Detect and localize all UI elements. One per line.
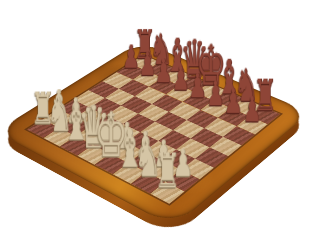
chess-board: ♜♞♝♛♚♝♞♜♟♟♟♟♟♟♟♟♟♟♟♟♟♟♟♟♜♞♝♛♚♝♞♜	[0, 41, 310, 227]
render-canvas: ♜♞♝♛♚♝♞♜♟♟♟♟♟♟♟♟♟♟♟♟♟♟♟♟♜♞♝♛♚♝♞♜	[0, 0, 320, 240]
piece-red-rook-h8: ♜	[246, 73, 284, 116]
piece-red-queen-d8: ♛	[176, 34, 212, 86]
piece-red-knight-g8: ♞	[228, 63, 266, 108]
board-frame: ♜♞♝♛♚♝♞♜♟♟♟♟♟♟♟♟♟♟♟♟♟♟♟♟♜♞♝♛♚♝♞♜	[0, 41, 310, 227]
piece-red-rook-a8: ♜	[127, 24, 162, 64]
piece-white-rook-a1: ♜	[24, 86, 63, 130]
square-a3	[59, 100, 90, 118]
square-f7: ♟	[200, 100, 231, 118]
square-a1: ♜	[27, 119, 59, 138]
square-h7: ♟	[236, 116, 268, 135]
board-grid: ♜♞♝♛♚♝♞♜♟♟♟♟♟♟♟♟♟♟♟♟♟♟♟♟♜♞♝♛♚♝♞♜	[27, 55, 280, 204]
